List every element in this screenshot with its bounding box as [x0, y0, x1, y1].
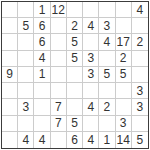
cell-r3c2[interactable] [18, 34, 34, 50]
cell-r6c5[interactable] [67, 83, 83, 99]
cell-r6c1[interactable] [2, 83, 18, 99]
cell-r1c5[interactable] [67, 2, 83, 18]
cell-r5c6[interactable]: 3 [83, 67, 99, 83]
cell-r5c3[interactable]: 1 [34, 67, 50, 83]
cell-r5c8[interactable]: 5 [116, 67, 132, 83]
cell-r3c4[interactable] [51, 34, 67, 50]
cell-r7c3[interactable] [34, 99, 50, 115]
cell-r3c9[interactable]: 2 [132, 34, 148, 50]
cell-r4c5[interactable]: 5 [67, 51, 83, 67]
cell-r3c5[interactable]: 5 [67, 34, 83, 50]
cell-r6c7[interactable] [99, 83, 115, 99]
cell-r9c6[interactable]: 4 [83, 132, 99, 148]
cell-r8c7[interactable] [99, 116, 115, 132]
cell-r5c1[interactable]: 9 [2, 67, 18, 83]
cell-r1c1[interactable] [2, 2, 18, 18]
puzzle-board: 1124562436541724532913553374237534464114… [1, 1, 149, 149]
cell-r4c6[interactable]: 3 [83, 51, 99, 67]
cell-r2c3[interactable]: 6 [34, 18, 50, 34]
cell-r4c4[interactable] [51, 51, 67, 67]
cell-r1c2[interactable] [18, 2, 34, 18]
cell-r1c9[interactable]: 4 [132, 2, 148, 18]
cell-r9c7[interactable]: 1 [99, 132, 115, 148]
cell-r5c7[interactable]: 5 [99, 67, 115, 83]
cell-r4c2[interactable] [18, 51, 34, 67]
cell-r9c3[interactable]: 4 [34, 132, 50, 148]
cell-r7c1[interactable] [2, 99, 18, 115]
cell-r8c6[interactable] [83, 116, 99, 132]
cell-r3c8[interactable]: 17 [116, 34, 132, 50]
cell-r1c3[interactable]: 1 [34, 2, 50, 18]
cell-r8c2[interactable] [18, 116, 34, 132]
cell-r7c6[interactable]: 4 [83, 99, 99, 115]
cell-r1c4[interactable]: 12 [51, 2, 67, 18]
cell-r9c8[interactable]: 14 [116, 132, 132, 148]
cell-r2c8[interactable] [116, 18, 132, 34]
cell-r4c1[interactable] [2, 51, 18, 67]
cell-r6c4[interactable] [51, 83, 67, 99]
cell-r1c6[interactable] [83, 2, 99, 18]
cell-r2c2[interactable]: 5 [18, 18, 34, 34]
cell-r2c6[interactable]: 4 [83, 18, 99, 34]
cell-r6c3[interactable] [34, 83, 50, 99]
cell-r6c6[interactable] [83, 83, 99, 99]
cell-r9c1[interactable] [2, 132, 18, 148]
cell-r3c1[interactable] [2, 34, 18, 50]
cell-r9c9[interactable]: 5 [132, 132, 148, 148]
cell-r8c8[interactable]: 3 [116, 116, 132, 132]
cell-r7c7[interactable]: 2 [99, 99, 115, 115]
cell-r9c5[interactable]: 6 [67, 132, 83, 148]
cell-r2c4[interactable] [51, 18, 67, 34]
cell-r3c3[interactable]: 6 [34, 34, 50, 50]
cell-r7c4[interactable]: 7 [51, 99, 67, 115]
cell-r6c2[interactable] [18, 83, 34, 99]
cell-r7c8[interactable] [116, 99, 132, 115]
cell-r8c4[interactable]: 7 [51, 116, 67, 132]
cell-r8c5[interactable]: 5 [67, 116, 83, 132]
cell-r2c7[interactable]: 3 [99, 18, 115, 34]
cell-r4c3[interactable]: 4 [34, 51, 50, 67]
cell-r8c1[interactable] [2, 116, 18, 132]
cell-r1c8[interactable] [116, 2, 132, 18]
cell-r4c8[interactable]: 2 [116, 51, 132, 67]
cell-r5c5[interactable] [67, 67, 83, 83]
cell-r8c9[interactable] [132, 116, 148, 132]
cell-r7c2[interactable]: 3 [18, 99, 34, 115]
cell-r7c5[interactable] [67, 99, 83, 115]
cell-r6c9[interactable]: 3 [132, 83, 148, 99]
cell-r5c9[interactable] [132, 67, 148, 83]
cell-r5c4[interactable] [51, 67, 67, 83]
cell-r4c9[interactable] [132, 51, 148, 67]
cell-r4c7[interactable] [99, 51, 115, 67]
cell-r9c4[interactable] [51, 132, 67, 148]
cell-r2c5[interactable]: 2 [67, 18, 83, 34]
cell-r1c7[interactable] [99, 2, 115, 18]
cell-r3c6[interactable] [83, 34, 99, 50]
cell-r6c8[interactable] [116, 83, 132, 99]
cell-r7c9[interactable]: 3 [132, 99, 148, 115]
cell-r9c2[interactable]: 4 [18, 132, 34, 148]
cell-r3c7[interactable]: 4 [99, 34, 115, 50]
cell-r2c9[interactable] [132, 18, 148, 34]
cell-r8c3[interactable] [34, 116, 50, 132]
cell-r2c1[interactable] [2, 18, 18, 34]
cell-r5c2[interactable] [18, 67, 34, 83]
